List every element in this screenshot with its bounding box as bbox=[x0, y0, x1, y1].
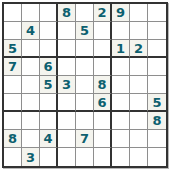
cell-r7c6[interactable] bbox=[94, 112, 112, 130]
cell-r9c2[interactable]: 3 bbox=[22, 148, 40, 166]
cell-r4c6[interactable] bbox=[94, 58, 112, 76]
cell-r6c4[interactable] bbox=[58, 94, 76, 112]
cell-r8c3[interactable]: 4 bbox=[40, 130, 58, 148]
cell-r3c1[interactable]: 5 bbox=[4, 40, 22, 58]
cell-r2c9[interactable] bbox=[148, 22, 166, 40]
cell-r1c4[interactable]: 8 bbox=[58, 4, 76, 22]
cell-r3c6[interactable] bbox=[94, 40, 112, 58]
cell-r8c2[interactable] bbox=[22, 130, 40, 148]
cell-r2c1[interactable] bbox=[4, 22, 22, 40]
cell-r5c6[interactable]: 8 bbox=[94, 76, 112, 94]
cell-r1c3[interactable] bbox=[40, 4, 58, 22]
sudoku-board: 82945512765386588473 bbox=[2, 2, 168, 168]
cell-r8c4[interactable] bbox=[58, 130, 76, 148]
cell-r4c8[interactable] bbox=[130, 58, 148, 76]
cell-r5c5[interactable] bbox=[76, 76, 94, 94]
cell-r9c1[interactable] bbox=[4, 148, 22, 166]
cell-r9c4[interactable] bbox=[58, 148, 76, 166]
cell-r6c3[interactable] bbox=[40, 94, 58, 112]
cell-r6c6[interactable]: 6 bbox=[94, 94, 112, 112]
cell-r4c5[interactable] bbox=[76, 58, 94, 76]
cell-r4c1[interactable]: 7 bbox=[4, 58, 22, 76]
cell-r2c8[interactable] bbox=[130, 22, 148, 40]
cell-r9c6[interactable] bbox=[94, 148, 112, 166]
cell-r8c8[interactable] bbox=[130, 130, 148, 148]
cell-r5c1[interactable] bbox=[4, 76, 22, 94]
cell-r9c8[interactable] bbox=[130, 148, 148, 166]
cell-r4c3[interactable]: 6 bbox=[40, 58, 58, 76]
cell-r8c9[interactable] bbox=[148, 130, 166, 148]
cell-r5c4[interactable]: 3 bbox=[58, 76, 76, 94]
cell-r2c2[interactable]: 4 bbox=[22, 22, 40, 40]
cell-r4c7[interactable] bbox=[112, 58, 130, 76]
cell-r1c8[interactable] bbox=[130, 4, 148, 22]
cell-r3c3[interactable] bbox=[40, 40, 58, 58]
cell-r9c7[interactable] bbox=[112, 148, 130, 166]
cell-r9c3[interactable] bbox=[40, 148, 58, 166]
cell-r2c6[interactable] bbox=[94, 22, 112, 40]
cell-r7c3[interactable] bbox=[40, 112, 58, 130]
cell-r7c8[interactable] bbox=[130, 112, 148, 130]
cell-r8c6[interactable] bbox=[94, 130, 112, 148]
cell-r8c7[interactable] bbox=[112, 130, 130, 148]
cell-r6c5[interactable] bbox=[76, 94, 94, 112]
cell-r7c4[interactable] bbox=[58, 112, 76, 130]
cell-r9c9[interactable] bbox=[148, 148, 166, 166]
cell-r5c3[interactable]: 5 bbox=[40, 76, 58, 94]
cell-r1c7[interactable]: 9 bbox=[112, 4, 130, 22]
cell-r3c2[interactable] bbox=[22, 40, 40, 58]
cell-r8c5[interactable]: 7 bbox=[76, 130, 94, 148]
cell-r2c7[interactable] bbox=[112, 22, 130, 40]
sudoku-page: 82945512765386588473 bbox=[0, 0, 170, 170]
cell-r1c2[interactable] bbox=[22, 4, 40, 22]
cell-r9c5[interactable] bbox=[76, 148, 94, 166]
cell-r7c7[interactable] bbox=[112, 112, 130, 130]
cell-r7c1[interactable] bbox=[4, 112, 22, 130]
cell-r3c5[interactable] bbox=[76, 40, 94, 58]
cell-r4c2[interactable] bbox=[22, 58, 40, 76]
cell-r6c9[interactable]: 5 bbox=[148, 94, 166, 112]
cell-r7c9[interactable]: 8 bbox=[148, 112, 166, 130]
cell-r6c2[interactable] bbox=[22, 94, 40, 112]
cell-r7c2[interactable] bbox=[22, 112, 40, 130]
cell-r5c2[interactable] bbox=[22, 76, 40, 94]
cell-r1c6[interactable]: 2 bbox=[94, 4, 112, 22]
cell-r5c7[interactable] bbox=[112, 76, 130, 94]
cell-r6c8[interactable] bbox=[130, 94, 148, 112]
cell-r6c1[interactable] bbox=[4, 94, 22, 112]
cell-r4c4[interactable] bbox=[58, 58, 76, 76]
cell-r2c5[interactable]: 5 bbox=[76, 22, 94, 40]
cell-r3c7[interactable]: 1 bbox=[112, 40, 130, 58]
cell-r5c8[interactable] bbox=[130, 76, 148, 94]
cell-r1c5[interactable] bbox=[76, 4, 94, 22]
cell-r3c8[interactable]: 2 bbox=[130, 40, 148, 58]
cell-r4c9[interactable] bbox=[148, 58, 166, 76]
cell-r1c9[interactable] bbox=[148, 4, 166, 22]
cell-r2c4[interactable] bbox=[58, 22, 76, 40]
cell-r3c4[interactable] bbox=[58, 40, 76, 58]
cell-r1c1[interactable] bbox=[4, 4, 22, 22]
cell-r2c3[interactable] bbox=[40, 22, 58, 40]
cell-r5c9[interactable] bbox=[148, 76, 166, 94]
cell-r8c1[interactable]: 8 bbox=[4, 130, 22, 148]
cell-r3c9[interactable] bbox=[148, 40, 166, 58]
cell-r7c5[interactable] bbox=[76, 112, 94, 130]
cell-r6c7[interactable] bbox=[112, 94, 130, 112]
